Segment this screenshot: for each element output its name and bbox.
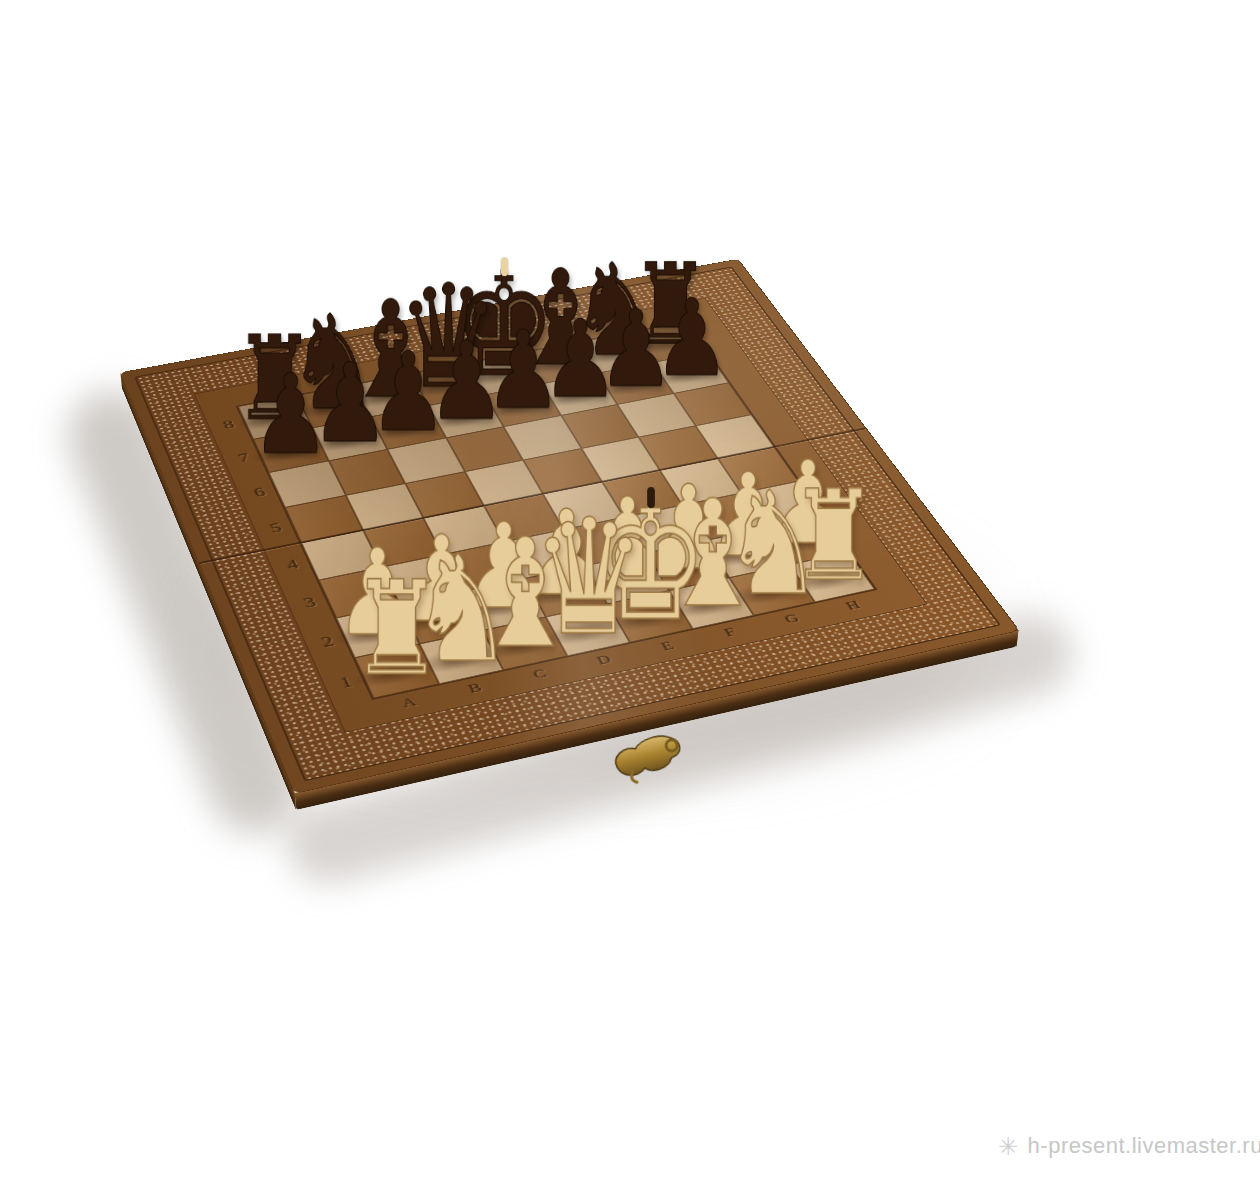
black-pawn-icon: ♟	[228, 359, 354, 469]
chess-board: 87654321 ABCDEFGH ♜♞♝♛♚♝♞♜♟♟♟♟♟♟♟♟♟♟♟♟♟♟…	[119, 259, 1020, 794]
watermark: ✳h-present.livemaster.ru	[998, 1133, 1260, 1161]
flower-icon: ✳	[998, 1133, 1019, 1160]
watermark-text: h-present.livemaster.ru	[1028, 1133, 1260, 1158]
white-rook-icon: ♜	[328, 564, 467, 694]
